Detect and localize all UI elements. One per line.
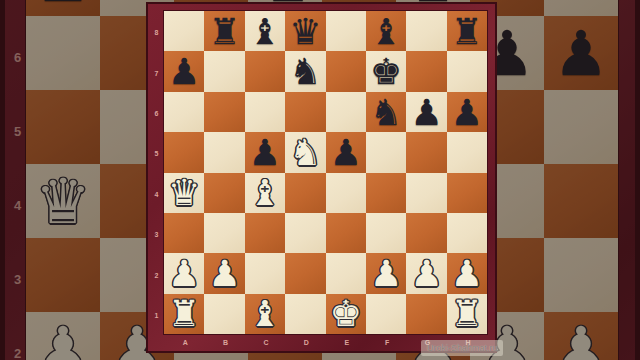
square-c8[interactable]: ♝	[245, 11, 285, 51]
file-label-b: B	[223, 338, 228, 345]
square-h4[interactable]	[447, 173, 487, 213]
square-b7[interactable]	[204, 51, 244, 91]
square-f7[interactable]: ♚	[366, 51, 406, 91]
square-d2[interactable]	[285, 253, 325, 293]
square-f8[interactable]: ♝	[366, 11, 406, 51]
square-g2[interactable]: ♟	[406, 253, 446, 293]
white-pawn-b2[interactable]: ♟	[204, 253, 244, 293]
square-f5[interactable]	[366, 132, 406, 172]
bg-rank-label-2: 2	[14, 346, 21, 360]
black-queen-d8[interactable]: ♛	[285, 11, 325, 51]
white-pawn-g2[interactable]: ♟	[406, 253, 446, 293]
bg-square-h6: ♟	[544, 16, 618, 90]
black-knight-d7[interactable]: ♞	[285, 51, 325, 91]
bg-rank-label-3: 3	[14, 272, 21, 287]
square-h5[interactable]	[447, 132, 487, 172]
file-label-e: E	[344, 338, 349, 345]
square-g7[interactable]	[406, 51, 446, 91]
black-rook-h8[interactable]: ♜	[447, 11, 487, 51]
square-c5[interactable]: ♟	[245, 132, 285, 172]
black-pawn-g6[interactable]: ♟	[406, 92, 446, 132]
square-b6[interactable]	[204, 92, 244, 132]
black-rook-b8[interactable]: ♜	[204, 11, 244, 51]
square-d4[interactable]	[285, 173, 325, 213]
white-bishop-c4[interactable]: ♝	[245, 173, 285, 213]
rank-label-1: 1	[155, 312, 159, 319]
bg-white-queen-a4: ♛	[26, 164, 100, 238]
square-a5[interactable]	[164, 132, 204, 172]
square-g4[interactable]	[406, 173, 446, 213]
square-c7[interactable]	[245, 51, 285, 91]
square-f2[interactable]: ♟	[366, 253, 406, 293]
rank-label-7: 7	[155, 69, 159, 76]
square-b3[interactable]	[204, 213, 244, 253]
bg-square-h5	[544, 90, 618, 164]
file-label-f: F	[385, 338, 389, 345]
bg-rank-label-4: 4	[14, 198, 21, 213]
square-c1[interactable]: ♝	[245, 294, 285, 334]
white-knight-d5[interactable]: ♞	[285, 132, 325, 172]
rank-label-5: 5	[155, 150, 159, 157]
rank-label-3: 3	[155, 231, 159, 238]
square-a1[interactable]: ♜	[164, 294, 204, 334]
white-pawn-h2[interactable]: ♟	[447, 253, 487, 293]
square-g1[interactable]	[406, 294, 446, 334]
rank-label-6: 6	[155, 110, 159, 117]
black-pawn-h6[interactable]: ♟	[447, 92, 487, 132]
bg-square-h2: ♟	[544, 312, 618, 360]
square-e3[interactable]	[326, 213, 366, 253]
black-bishop-c8[interactable]: ♝	[245, 11, 285, 51]
bg-square-a5	[26, 90, 100, 164]
square-a3[interactable]	[164, 213, 204, 253]
black-pawn-e5[interactable]: ♟	[326, 132, 366, 172]
white-king-e1[interactable]: ♚	[326, 294, 366, 334]
square-e6[interactable]	[326, 92, 366, 132]
square-h6[interactable]: ♟	[447, 92, 487, 132]
square-a4[interactable]: ♛	[164, 173, 204, 213]
bg-square-a7: ♟	[26, 0, 100, 16]
black-king-f7[interactable]: ♚	[366, 51, 406, 91]
square-e8[interactable]	[326, 11, 366, 51]
square-b5[interactable]	[204, 132, 244, 172]
square-e4[interactable]	[326, 173, 366, 213]
square-b8[interactable]: ♜	[204, 11, 244, 51]
white-pawn-a2[interactable]: ♟	[164, 253, 204, 293]
bg-black-pawn-a7: ♟	[26, 0, 100, 16]
file-label-a: A	[183, 338, 188, 345]
square-g8[interactable]	[406, 11, 446, 51]
square-d7[interactable]: ♞	[285, 51, 325, 91]
square-g5[interactable]	[406, 132, 446, 172]
bg-square-h3	[544, 238, 618, 312]
bg-square-a4: ♛	[26, 164, 100, 238]
bg-square-h7	[544, 0, 618, 16]
square-g6[interactable]: ♟	[406, 92, 446, 132]
square-b2[interactable]: ♟	[204, 253, 244, 293]
bg-square-a6	[26, 16, 100, 90]
square-h7[interactable]	[447, 51, 487, 91]
frame: ♜♝♛♝♜♟♞♚♞♟♟♟♞♟♛♝♟♟♟♟♟♜♝♚♜12345678ABCDEFG…	[146, 2, 497, 353]
square-d5[interactable]: ♞	[285, 132, 325, 172]
square-f6[interactable]: ♞	[366, 92, 406, 132]
white-rook-h1[interactable]: ♜	[447, 294, 487, 334]
white-bishop-c1[interactable]: ♝	[245, 294, 285, 334]
rank-label-8: 8	[155, 29, 159, 36]
bg-rank-label-6: 6	[14, 50, 21, 65]
square-f3[interactable]	[366, 213, 406, 253]
rank-label-4: 4	[155, 190, 159, 197]
square-d8[interactable]: ♛	[285, 11, 325, 51]
square-a2[interactable]: ♟	[164, 253, 204, 293]
square-h2[interactable]: ♟	[447, 253, 487, 293]
square-c3[interactable]	[245, 213, 285, 253]
white-rook-a1[interactable]: ♜	[164, 294, 204, 334]
square-c2[interactable]	[245, 253, 285, 293]
square-h1[interactable]: ♜	[447, 294, 487, 334]
square-f1[interactable]	[366, 294, 406, 334]
video-frame: ♜♝♛♝♜♟♞♚♞♟♟♟♞♟♛♝♟♟♟♟♟♜♝♚♜12345678ABCDEFG…	[0, 0, 640, 360]
square-b1[interactable]	[204, 294, 244, 334]
white-pawn-f2[interactable]: ♟	[366, 253, 406, 293]
watermark-badge: Uroki-Shahmat.ru	[421, 340, 503, 356]
black-pawn-c5[interactable]: ♟	[245, 132, 285, 172]
bg-black-pawn-h6: ♟	[544, 16, 618, 90]
black-knight-f6[interactable]: ♞	[366, 92, 406, 132]
square-d6[interactable]	[285, 92, 325, 132]
bg-square-a2: ♟	[26, 312, 100, 360]
bg-square-a3	[26, 238, 100, 312]
square-b4[interactable]	[204, 173, 244, 213]
bg-white-pawn-h2: ♟	[544, 312, 618, 360]
square-a6[interactable]	[164, 92, 204, 132]
square-d3[interactable]	[285, 213, 325, 253]
square-e2[interactable]	[326, 253, 366, 293]
square-h8[interactable]: ♜	[447, 11, 487, 51]
square-h3[interactable]	[447, 213, 487, 253]
file-label-d: D	[304, 338, 309, 345]
square-c6[interactable]	[245, 92, 285, 132]
white-queen-a4[interactable]: ♛	[164, 173, 204, 213]
square-e1[interactable]: ♚	[326, 294, 366, 334]
black-pawn-a7[interactable]: ♟	[164, 51, 204, 91]
square-g3[interactable]	[406, 213, 446, 253]
bg-white-pawn-a2: ♟	[26, 312, 100, 360]
square-e7[interactable]	[326, 51, 366, 91]
bg-rank-label-5: 5	[14, 124, 21, 139]
square-e5[interactable]: ♟	[326, 132, 366, 172]
square-a7[interactable]: ♟	[164, 51, 204, 91]
square-f4[interactable]	[366, 173, 406, 213]
rank-label-2: 2	[155, 271, 159, 278]
square-a8[interactable]	[164, 11, 204, 51]
square-c4[interactable]: ♝	[245, 173, 285, 213]
square-d1[interactable]	[285, 294, 325, 334]
bg-square-h4	[544, 164, 618, 238]
file-label-c: C	[263, 338, 268, 345]
black-bishop-f8[interactable]: ♝	[366, 11, 406, 51]
